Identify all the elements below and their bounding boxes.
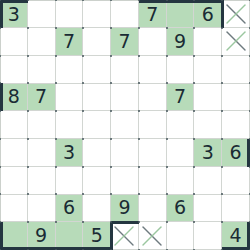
given-digit-r9c4[interactable]: 5 <box>83 222 111 250</box>
cell-r2c1[interactable] <box>0 28 28 56</box>
cell-r5c2[interactable] <box>28 111 56 139</box>
cell-r6c7[interactable] <box>167 139 195 167</box>
given-digit-r2c7[interactable]: 9 <box>167 28 195 56</box>
cell-r5c7[interactable] <box>167 111 195 139</box>
crossed-cell-r2c9[interactable] <box>222 28 250 56</box>
cell-r3c7[interactable] <box>167 56 195 84</box>
cell-r3c4[interactable] <box>83 56 111 84</box>
cell-r7c8[interactable] <box>194 167 222 195</box>
cell-r5c9[interactable] <box>222 111 250 139</box>
cell-r8c9[interactable] <box>222 195 250 223</box>
given-digit-r2c3[interactable]: 7 <box>56 28 84 56</box>
puzzle-board: 376779877336696954 <box>0 0 250 250</box>
given-digit-r6c3[interactable]: 3 <box>56 139 84 167</box>
crossed-cell-r9c5[interactable] <box>111 222 139 250</box>
cross-icon <box>111 223 137 249</box>
cell-r4c9[interactable] <box>222 84 250 112</box>
cell-r4c4[interactable] <box>83 84 111 112</box>
cell-r4c3[interactable] <box>56 84 84 112</box>
given-digit-r6c9[interactable]: 6 <box>222 139 250 167</box>
cell-r8c8[interactable] <box>194 195 222 223</box>
given-digit-r8c5[interactable]: 9 <box>111 195 139 223</box>
cell-r1c3[interactable] <box>56 0 84 28</box>
cell-r7c1[interactable] <box>0 167 28 195</box>
given-digit-r4c2[interactable]: 7 <box>28 84 56 112</box>
cell-r4c8[interactable] <box>194 84 222 112</box>
cell-r8c1[interactable] <box>0 195 28 223</box>
cell-r6c4[interactable] <box>83 139 111 167</box>
cell-r3c6[interactable] <box>139 56 167 84</box>
cell-r6c5[interactable] <box>111 139 139 167</box>
given-digit-r8c3[interactable]: 6 <box>56 195 84 223</box>
given-digit-r1c1[interactable]: 3 <box>0 0 28 28</box>
cell-r3c5[interactable] <box>111 56 139 84</box>
cross-icon <box>223 28 249 54</box>
given-digit-r9c9[interactable]: 4 <box>222 222 250 250</box>
cell-r6c6[interactable] <box>139 139 167 167</box>
cell-r7c3[interactable] <box>56 167 84 195</box>
given-digit-r4c1[interactable]: 8 <box>0 84 28 112</box>
given-digit-r9c2[interactable]: 9 <box>28 222 56 250</box>
cell-r3c3[interactable] <box>56 56 84 84</box>
cell-r1c5[interactable] <box>111 0 139 28</box>
cell-r2c2[interactable] <box>28 28 56 56</box>
cell-r2c6[interactable] <box>139 28 167 56</box>
cell-r7c5[interactable] <box>111 167 139 195</box>
cell-r8c4[interactable] <box>83 195 111 223</box>
cross-icon <box>139 223 165 249</box>
cell-r7c9[interactable] <box>222 167 250 195</box>
cell-r7c6[interactable] <box>139 167 167 195</box>
given-digit-r1c6[interactable]: 7 <box>139 0 167 28</box>
cell-r3c1[interactable] <box>0 56 28 84</box>
cell-r5c8[interactable] <box>194 111 222 139</box>
crossed-cell-r9c6[interactable] <box>139 222 167 250</box>
given-digit-r8c7[interactable]: 6 <box>167 195 195 223</box>
puzzle-grid: 376779877336696954 <box>0 0 250 250</box>
cell-r5c6[interactable] <box>139 111 167 139</box>
cell-r6c1[interactable] <box>0 139 28 167</box>
cell-r8c6[interactable] <box>139 195 167 223</box>
cell-r1c4[interactable] <box>83 0 111 28</box>
cell-r8c2[interactable] <box>28 195 56 223</box>
given-digit-r4c7[interactable]: 7 <box>167 84 195 112</box>
given-digit-r1c8[interactable]: 6 <box>194 0 222 28</box>
cell-r9c3[interactable] <box>56 222 84 250</box>
cell-r1c7[interactable] <box>167 0 195 28</box>
cell-r4c6[interactable] <box>139 84 167 112</box>
cell-r7c7[interactable] <box>167 167 195 195</box>
cell-r6c2[interactable] <box>28 139 56 167</box>
given-digit-r2c5[interactable]: 7 <box>111 28 139 56</box>
cell-r5c3[interactable] <box>56 111 84 139</box>
cell-r1c2[interactable] <box>28 0 56 28</box>
cell-r3c9[interactable] <box>222 56 250 84</box>
cell-r3c2[interactable] <box>28 56 56 84</box>
cell-r2c4[interactable] <box>83 28 111 56</box>
cell-r9c8[interactable] <box>194 222 222 250</box>
crossed-cell-r1c9[interactable] <box>222 0 250 28</box>
cell-r5c4[interactable] <box>83 111 111 139</box>
cell-r3c8[interactable] <box>194 56 222 84</box>
cell-r7c2[interactable] <box>28 167 56 195</box>
cross-icon <box>223 1 249 27</box>
cell-r5c1[interactable] <box>0 111 28 139</box>
cell-r5c5[interactable] <box>111 111 139 139</box>
cell-r9c1[interactable] <box>0 222 28 250</box>
cell-r9c7[interactable] <box>167 222 195 250</box>
cell-r2c8[interactable] <box>194 28 222 56</box>
given-digit-r6c8[interactable]: 3 <box>194 139 222 167</box>
cell-r7c4[interactable] <box>83 167 111 195</box>
cell-r4c5[interactable] <box>111 84 139 112</box>
